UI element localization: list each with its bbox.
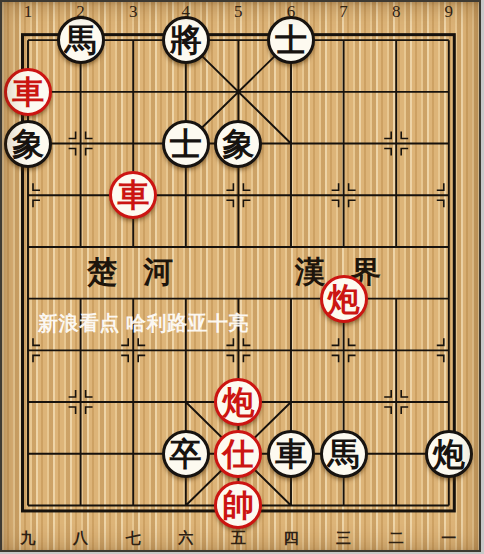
piece-red-chariot[interactable]: 車	[109, 171, 157, 219]
piece-black-advisor[interactable]: 士	[267, 16, 315, 64]
screenshot-frame: 123456789 九八七六五四三二一 楚河 漢界 馬將士車象士象車炮炮卒仕車馬…	[0, 0, 484, 554]
piece-black-pawn[interactable]: 卒	[162, 430, 210, 478]
piece-black-cannon[interactable]: 炮	[425, 430, 473, 478]
piece-black-elephant[interactable]: 象	[214, 120, 262, 168]
piece-red-cannon[interactable]: 炮	[320, 275, 368, 323]
watermark-text: 新浪看点 哈利路亚十亮	[38, 310, 249, 337]
piece-red-chariot[interactable]: 車	[4, 68, 52, 116]
piece-red-general[interactable]: 帥	[214, 481, 262, 529]
piece-black-horse[interactable]: 馬	[320, 430, 368, 478]
pieces-layer: 馬將士車象士象車炮炮卒仕車馬炮帥	[2, 14, 475, 531]
piece-black-advisor[interactable]: 士	[162, 120, 210, 168]
piece-red-cannon[interactable]: 炮	[214, 378, 262, 426]
xiangqi-board: 123456789 九八七六五四三二一 楚河 漢界 馬將士車象士象車炮炮卒仕車馬…	[0, 0, 481, 552]
piece-black-elephant[interactable]: 象	[4, 120, 52, 168]
piece-black-horse[interactable]: 馬	[57, 16, 105, 64]
piece-black-chariot[interactable]: 車	[267, 430, 315, 478]
piece-black-general[interactable]: 將	[162, 16, 210, 64]
piece-red-advisor[interactable]: 仕	[214, 430, 262, 478]
